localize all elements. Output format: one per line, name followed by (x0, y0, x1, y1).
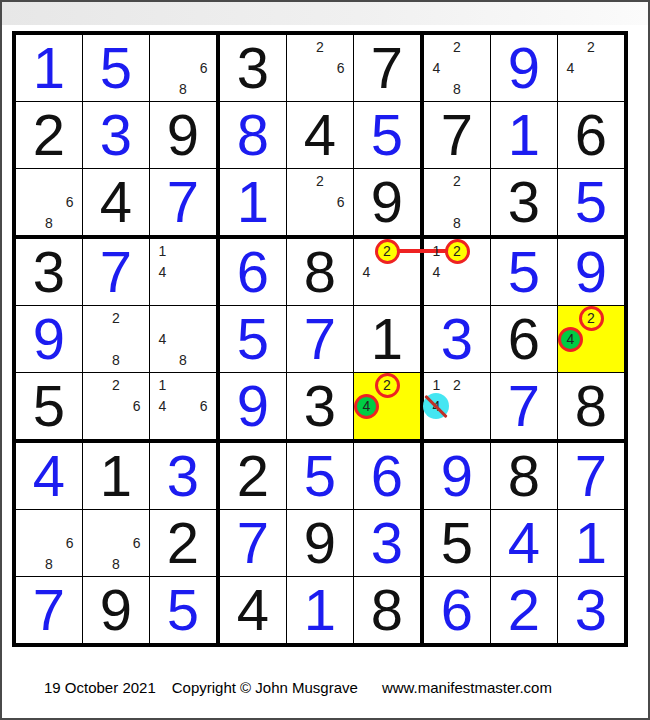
solved-digit: 9 (220, 373, 286, 439)
cell-r7c5[interactable]: 5 (287, 443, 353, 509)
candidate-6: 6 (193, 58, 214, 79)
cell-r7c6[interactable]: 6 (354, 443, 420, 509)
solved-digit: 1 (287, 577, 353, 643)
cell-r9c8[interactable]: 2 (491, 577, 557, 643)
cell-r1c4[interactable]: 3 (220, 35, 286, 101)
candidate-4: 4 (560, 58, 581, 79)
solved-digit: 9 (558, 239, 624, 305)
cell-r2c5[interactable]: 4 (287, 102, 353, 168)
solved-digit: 7 (150, 169, 216, 235)
candidate-8: 8 (39, 553, 60, 574)
cell-r5c3[interactable]: 48 (150, 306, 216, 372)
pencil-marks: 26 (289, 171, 351, 233)
cell-r9c3[interactable]: 5 (150, 577, 216, 643)
given-digit: 3 (16, 239, 82, 305)
candidate-8: 8 (447, 212, 468, 233)
candidate-2: 2 (377, 241, 398, 262)
pencil-marks: 26 (85, 375, 147, 437)
given-digit: 9 (287, 510, 353, 576)
candidate-4: 4 (152, 396, 173, 417)
cell-r5c4[interactable]: 5 (220, 306, 286, 372)
candidate-6: 6 (193, 396, 214, 417)
candidate-2: 2 (581, 37, 602, 58)
solved-digit: 3 (424, 306, 490, 372)
given-digit: 1 (354, 306, 420, 372)
given-digit: 4 (83, 169, 149, 235)
cell-r1c3[interactable]: 68 (150, 35, 216, 101)
pencil-marks: 14 (152, 241, 214, 303)
cell-r5c1[interactable]: 9 (16, 306, 82, 372)
given-digit: 8 (354, 577, 420, 643)
solved-digit: 7 (220, 510, 286, 576)
cell-r4c2[interactable]: 7 (83, 239, 149, 305)
candidate-4: 4 (426, 58, 447, 79)
candidate-2: 2 (310, 171, 331, 192)
candidate-6: 6 (330, 58, 351, 79)
cell-r4c6[interactable]: 24 (354, 239, 420, 305)
footer-date: 19 October 2021 (44, 679, 156, 696)
candidate-8: 8 (447, 78, 468, 99)
cell-r7c8[interactable]: 8 (491, 443, 557, 509)
footer-url: www.manifestmaster.com (382, 679, 552, 696)
cell-r3c8[interactable]: 3 (491, 169, 557, 235)
solved-digit: 5 (558, 169, 624, 235)
cell-r6c5[interactable]: 3 (287, 373, 353, 439)
solved-digit: 5 (83, 35, 149, 101)
cell-r3c3[interactable]: 7 (150, 169, 216, 235)
solved-digit: 4 (16, 443, 82, 509)
pencil-marks: 48 (152, 308, 214, 370)
solved-digit: 7 (491, 373, 557, 439)
header-bar (2, 2, 648, 25)
solved-digit: 8 (220, 102, 286, 168)
cell-r2c7[interactable]: 7 (424, 102, 490, 168)
cell-r8c9[interactable]: 1 (558, 510, 624, 576)
cell-r2c1[interactable]: 2 (16, 102, 82, 168)
candidate-2: 2 (447, 375, 468, 396)
candidate-8: 8 (39, 212, 60, 233)
candidate-2: 2 (447, 37, 468, 58)
pencil-marks: 68 (18, 171, 80, 233)
cell-r9c7[interactable]: 6 (424, 577, 490, 643)
pencil-marks: 68 (85, 512, 147, 574)
given-digit: 8 (287, 239, 353, 305)
candidate-1: 1 (426, 241, 447, 262)
solved-digit: 9 (491, 35, 557, 101)
cell-r7c3[interactable]: 3 (150, 443, 216, 509)
cell-r8c3[interactable]: 2 (150, 510, 216, 576)
cell-r9c5[interactable]: 1 (287, 577, 353, 643)
cell-r2c8[interactable]: 1 (491, 102, 557, 168)
cell-r8c7[interactable]: 5 (424, 510, 490, 576)
solved-digit: 3 (83, 102, 149, 168)
candidate-4: 4 (152, 329, 173, 350)
cell-r1c8[interactable]: 9 (491, 35, 557, 101)
given-digit: 4 (287, 102, 353, 168)
solved-digit: 7 (16, 577, 82, 643)
cell-r3c2[interactable]: 4 (83, 169, 149, 235)
pencil-marks: 68 (152, 37, 214, 99)
solved-digit: 3 (354, 510, 420, 576)
given-digit: 8 (491, 443, 557, 509)
given-digit: 5 (424, 510, 490, 576)
candidate-8: 8 (173, 78, 194, 99)
footer-copyright: Copyright © John Musgrave (172, 679, 358, 696)
cell-r3c6[interactable]: 9 (354, 169, 420, 235)
candidate-6: 6 (59, 192, 80, 213)
candidate-6: 6 (126, 533, 147, 554)
pencil-marks: 24 (560, 308, 622, 370)
cell-r6c1[interactable]: 5 (16, 373, 82, 439)
candidate-6: 6 (59, 533, 80, 554)
cell-r6c3[interactable]: 146 (150, 373, 216, 439)
solved-digit: 9 (16, 306, 82, 372)
cell-r3c7[interactable]: 28 (424, 169, 490, 235)
cell-r8c6[interactable]: 3 (354, 510, 420, 576)
candidate-2: 2 (447, 241, 468, 262)
solved-digit: 7 (558, 443, 624, 509)
solved-digit: 6 (424, 577, 490, 643)
cell-r1c2[interactable]: 5 (83, 35, 149, 101)
given-digit: 3 (491, 169, 557, 235)
solved-digit: 1 (491, 102, 557, 168)
cell-r3c5[interactable]: 26 (287, 169, 353, 235)
pencil-marks: 68 (18, 512, 80, 574)
cell-r2c3[interactable]: 9 (150, 102, 216, 168)
solved-digit: 5 (150, 577, 216, 643)
given-digit: 9 (354, 169, 420, 235)
given-digit: 7 (354, 35, 420, 101)
solved-digit: 7 (83, 239, 149, 305)
pencil-marks: 248 (426, 37, 488, 99)
cell-r5c7[interactable]: 3 (424, 306, 490, 372)
cell-r4c9[interactable]: 9 (558, 239, 624, 305)
given-digit: 4 (220, 577, 286, 643)
candidate-4: 4 (560, 329, 581, 350)
candidate-8: 8 (106, 349, 127, 370)
sudoku-board[interactable]: 1568326724892423984571668471269283537146… (12, 31, 628, 647)
solved-digit: 5 (220, 306, 286, 372)
cell-r9c4[interactable]: 4 (220, 577, 286, 643)
cell-r2c4[interactable]: 8 (220, 102, 286, 168)
cell-r5c6[interactable]: 1 (354, 306, 420, 372)
given-digit: 3 (287, 373, 353, 439)
candidate-2: 2 (106, 375, 127, 396)
candidate-1: 1 (152, 375, 173, 396)
solved-digit: 1 (558, 510, 624, 576)
solved-digit: 1 (16, 35, 82, 101)
given-digit: 2 (220, 443, 286, 509)
solved-digit: 3 (558, 577, 624, 643)
cell-r5c9[interactable]: 24 (558, 306, 624, 372)
cell-r4c4[interactable]: 6 (220, 239, 286, 305)
cell-r1c5[interactable]: 26 (287, 35, 353, 101)
given-digit: 1 (83, 443, 149, 509)
cell-r6c2[interactable]: 26 (83, 373, 149, 439)
given-digit: 6 (558, 102, 624, 168)
cell-r8c5[interactable]: 9 (287, 510, 353, 576)
cell-r6c7[interactable]: 124 (424, 373, 490, 439)
candidate-6: 6 (126, 396, 147, 417)
cell-r1c1[interactable]: 1 (16, 35, 82, 101)
cell-r7c4[interactable]: 2 (220, 443, 286, 509)
candidate-8: 8 (173, 349, 194, 370)
candidate-4: 4 (356, 262, 377, 283)
solved-digit: 4 (491, 510, 557, 576)
solved-digit: 5 (354, 102, 420, 168)
solved-digit: 5 (491, 239, 557, 305)
cell-r6c6[interactable]: 24 (354, 373, 420, 439)
given-digit: 7 (424, 102, 490, 168)
cell-r1c7[interactable]: 248 (424, 35, 490, 101)
pencil-marks: 28 (85, 308, 147, 370)
solved-digit: 5 (287, 443, 353, 509)
cell-r8c8[interactable]: 4 (491, 510, 557, 576)
solved-digit: 9 (424, 443, 490, 509)
candidate-4: 4 (152, 262, 173, 283)
cell-r4c5[interactable]: 8 (287, 239, 353, 305)
given-digit: 3 (220, 35, 286, 101)
cell-r5c5[interactable]: 7 (287, 306, 353, 372)
given-digit: 2 (16, 102, 82, 168)
cell-r9c1[interactable]: 7 (16, 577, 82, 643)
pencil-marks: 24 (356, 241, 418, 303)
pencil-marks: 28 (426, 171, 488, 233)
candidate-1: 1 (152, 241, 173, 262)
cell-r4c8[interactable]: 5 (491, 239, 557, 305)
solved-digit: 7 (287, 306, 353, 372)
candidate-6: 6 (330, 192, 351, 213)
cell-r6c8[interactable]: 7 (491, 373, 557, 439)
cell-r4c7[interactable]: 124 (424, 239, 490, 305)
cell-r2c2[interactable]: 3 (83, 102, 149, 168)
given-digit: 8 (558, 373, 624, 439)
cell-r5c8[interactable]: 6 (491, 306, 557, 372)
candidate-2: 2 (377, 375, 398, 396)
cell-r5c2[interactable]: 28 (83, 306, 149, 372)
footer: 19 October 2021Copyright © John Musgrave… (44, 679, 552, 696)
cell-r9c2[interactable]: 9 (83, 577, 149, 643)
pencil-marks: 24 (356, 375, 418, 437)
given-digit: 2 (150, 510, 216, 576)
cell-r2c9[interactable]: 6 (558, 102, 624, 168)
cell-r3c1[interactable]: 68 (16, 169, 82, 235)
candidate-2: 2 (447, 171, 468, 192)
candidate-4: 4 (356, 396, 377, 417)
cell-r7c7[interactable]: 9 (424, 443, 490, 509)
cell-r9c6[interactable]: 8 (354, 577, 420, 643)
cell-r4c1[interactable]: 3 (16, 239, 82, 305)
cell-r8c2[interactable]: 68 (83, 510, 149, 576)
cell-r3c4[interactable]: 1 (220, 169, 286, 235)
cell-r1c9[interactable]: 24 (558, 35, 624, 101)
given-digit: 6 (491, 306, 557, 372)
candidate-4: 4 (426, 262, 447, 283)
cell-r9c9[interactable]: 3 (558, 577, 624, 643)
cell-r1c6[interactable]: 7 (354, 35, 420, 101)
given-digit: 9 (150, 102, 216, 168)
candidate-2: 2 (581, 308, 602, 329)
pencil-marks: 124 (426, 241, 488, 303)
cell-r3c9[interactable]: 5 (558, 169, 624, 235)
solved-digit: 6 (354, 443, 420, 509)
cell-r7c1[interactable]: 4 (16, 443, 82, 509)
cell-r7c9[interactable]: 7 (558, 443, 624, 509)
pencil-marks: 24 (560, 37, 622, 99)
cell-r2c6[interactable]: 5 (354, 102, 420, 168)
cell-r4c3[interactable]: 14 (150, 239, 216, 305)
given-digit: 9 (83, 577, 149, 643)
solved-digit: 1 (220, 169, 286, 235)
candidate-2: 2 (310, 37, 331, 58)
cell-r6c9[interactable]: 8 (558, 373, 624, 439)
candidate-2: 2 (106, 308, 127, 329)
solved-digit: 2 (491, 577, 557, 643)
cell-r8c4[interactable]: 7 (220, 510, 286, 576)
solved-digit: 6 (220, 239, 286, 305)
app-window: 1568326724892423984571668471269283537146… (0, 0, 650, 720)
given-digit: 5 (16, 373, 82, 439)
pencil-marks: 26 (289, 37, 351, 99)
cell-r8c1[interactable]: 68 (16, 510, 82, 576)
cell-r6c4[interactable]: 9 (220, 373, 286, 439)
candidate-8: 8 (106, 553, 127, 574)
cell-r7c2[interactable]: 1 (83, 443, 149, 509)
pencil-marks: 146 (152, 375, 214, 437)
candidate-1: 1 (426, 375, 447, 396)
solved-digit: 3 (150, 443, 216, 509)
